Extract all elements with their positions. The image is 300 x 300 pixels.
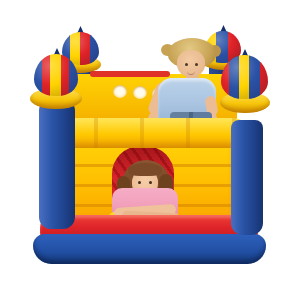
front-right-tower-column (231, 120, 263, 235)
front-left-dome (34, 54, 78, 96)
boy-eye (185, 63, 188, 66)
girl-eye (138, 181, 141, 184)
bouncy-castle-product-photo (0, 0, 300, 300)
base-blue-bumper (33, 234, 266, 264)
front-left-tower-column (39, 102, 75, 229)
front-right-dome (221, 55, 268, 99)
girl-bangs (128, 163, 162, 176)
porthole-1 (113, 85, 127, 98)
girl-eye (149, 181, 152, 184)
boy-eye (195, 63, 198, 66)
front-wall-top-rim (52, 118, 248, 148)
